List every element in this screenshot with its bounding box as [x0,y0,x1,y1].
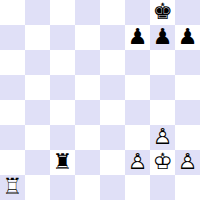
square-e6[interactable] [100,50,125,75]
square-h4[interactable] [175,100,200,125]
piece-white-pawn: ♟♙ [125,150,150,175]
square-a3[interactable] [0,125,25,150]
square-h7[interactable]: ♟ [175,25,200,50]
piece-white-pawn: ♟♙ [175,150,200,175]
square-d4[interactable] [75,100,100,125]
square-c6[interactable] [50,50,75,75]
square-b4[interactable] [25,100,50,125]
piece-white-king: ♚♔ [150,150,175,175]
square-g7[interactable]: ♟ [150,25,175,50]
square-c8[interactable] [50,0,75,25]
square-d6[interactable] [75,50,100,75]
square-e8[interactable] [100,0,125,25]
square-f8[interactable] [125,0,150,25]
piece-white-pawn: ♟♙ [150,125,175,150]
square-c1[interactable] [50,175,75,200]
square-h1[interactable] [175,175,200,200]
square-a6[interactable] [0,50,25,75]
square-g8[interactable]: ♚ [150,0,175,25]
square-f3[interactable] [125,125,150,150]
square-f7[interactable]: ♟ [125,25,150,50]
square-b5[interactable] [25,75,50,100]
square-e5[interactable] [100,75,125,100]
square-e3[interactable] [100,125,125,150]
square-b6[interactable] [25,50,50,75]
square-c4[interactable] [50,100,75,125]
square-a7[interactable] [0,25,25,50]
square-h3[interactable] [175,125,200,150]
square-b3[interactable] [25,125,50,150]
square-g4[interactable] [150,100,175,125]
piece-black-pawn: ♟ [125,25,150,50]
square-g3[interactable]: ♟♙ [150,125,175,150]
square-f6[interactable] [125,50,150,75]
square-g5[interactable] [150,75,175,100]
square-d5[interactable] [75,75,100,100]
square-a1[interactable]: ♜♖ [0,175,25,200]
square-c5[interactable] [50,75,75,100]
square-c7[interactable] [50,25,75,50]
square-d1[interactable] [75,175,100,200]
square-h8[interactable] [175,0,200,25]
square-b7[interactable] [25,25,50,50]
square-e4[interactable] [100,100,125,125]
square-c2[interactable]: ♜ [50,150,75,175]
square-h5[interactable] [175,75,200,100]
square-a4[interactable] [0,100,25,125]
square-a2[interactable] [0,150,25,175]
square-g6[interactable] [150,50,175,75]
square-d2[interactable] [75,150,100,175]
square-b1[interactable] [25,175,50,200]
chess-board: ♚♟♟♟♟♙♜♟♙♚♔♟♙♜♖ [0,0,200,200]
square-d7[interactable] [75,25,100,50]
piece-black-pawn: ♟ [175,25,200,50]
piece-black-king: ♚ [150,0,175,25]
square-g2[interactable]: ♚♔ [150,150,175,175]
square-h2[interactable]: ♟♙ [175,150,200,175]
square-f4[interactable] [125,100,150,125]
piece-black-pawn: ♟ [150,25,175,50]
square-a5[interactable] [0,75,25,100]
square-h6[interactable] [175,50,200,75]
square-e7[interactable] [100,25,125,50]
square-d3[interactable] [75,125,100,150]
square-f5[interactable] [125,75,150,100]
square-d8[interactable] [75,0,100,25]
square-f2[interactable]: ♟♙ [125,150,150,175]
square-c3[interactable] [50,125,75,150]
square-a8[interactable] [0,0,25,25]
square-g1[interactable] [150,175,175,200]
square-f1[interactable] [125,175,150,200]
square-b8[interactable] [25,0,50,25]
square-e2[interactable] [100,150,125,175]
square-e1[interactable] [100,175,125,200]
piece-white-rook: ♜♖ [0,175,25,200]
square-b2[interactable] [25,150,50,175]
piece-black-rook: ♜ [50,150,75,175]
